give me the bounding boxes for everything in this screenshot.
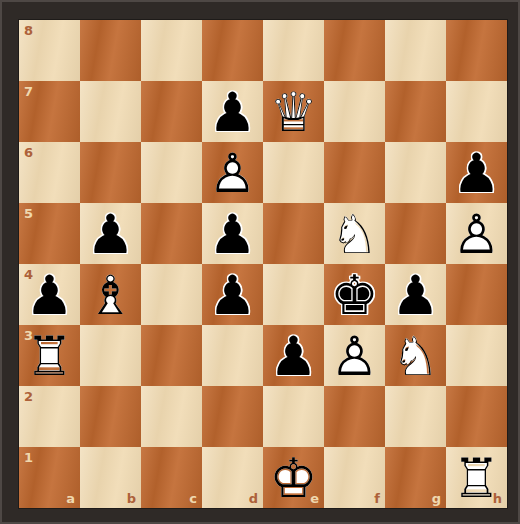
pawn-glyph-fill: ♟︎: [324, 325, 385, 386]
rank-label-7: 7: [24, 85, 33, 98]
queen-glyph-fill: ♛︎: [263, 81, 324, 142]
pawn-glyph-fill: ♟︎: [202, 142, 263, 203]
rank-label-5: 5: [24, 207, 33, 220]
square-b7[interactable]: [80, 81, 141, 142]
rook-glyph-fill: ♜︎: [446, 447, 507, 508]
square-a6[interactable]: 6: [19, 142, 80, 203]
square-a2[interactable]: 2: [19, 386, 80, 447]
piece-white-knight[interactable]: ♞︎♘︎: [385, 325, 446, 386]
piece-white-pawn[interactable]: ♟︎♙︎: [324, 325, 385, 386]
square-a3[interactable]: 3♜︎♖︎: [19, 325, 80, 386]
square-f6[interactable]: [324, 142, 385, 203]
pawn-glyph-fill: ♟︎: [446, 203, 507, 264]
board-frame: 87♟︎♛︎♕︎6♟︎♙︎♟︎5♟︎♟︎♞︎♘︎♟︎♙︎4♟︎♝︎♗︎♟︎♚︎♟…: [0, 0, 520, 524]
square-a4[interactable]: 4♟︎: [19, 264, 80, 325]
square-c7[interactable]: [141, 81, 202, 142]
pawn-glyph-outline: ♙︎: [446, 203, 507, 264]
square-e5[interactable]: [263, 203, 324, 264]
file-label-b: b: [127, 492, 136, 505]
square-d6[interactable]: ♟︎♙︎: [202, 142, 263, 203]
knight-glyph-outline: ♘︎: [324, 203, 385, 264]
square-d3[interactable]: [202, 325, 263, 386]
rank-label-1: 1: [24, 451, 33, 464]
square-g6[interactable]: [385, 142, 446, 203]
file-label-c: c: [189, 492, 197, 505]
pawn-glyph: ♟︎: [263, 325, 324, 386]
square-a1[interactable]: 1a: [19, 447, 80, 508]
square-h8[interactable]: [446, 20, 507, 81]
rook-glyph-outline: ♖︎: [19, 325, 80, 386]
square-f1[interactable]: f: [324, 447, 385, 508]
chess-board: 87♟︎♛︎♕︎6♟︎♙︎♟︎5♟︎♟︎♞︎♘︎♟︎♙︎4♟︎♝︎♗︎♟︎♚︎♟…: [19, 20, 507, 508]
square-d8[interactable]: [202, 20, 263, 81]
piece-black-pawn[interactable]: ♟︎: [446, 142, 507, 203]
square-d5[interactable]: ♟︎: [202, 203, 263, 264]
bishop-glyph-fill: ♝︎: [80, 264, 141, 325]
piece-black-king[interactable]: ♚︎: [324, 264, 385, 325]
square-c4[interactable]: [141, 264, 202, 325]
square-f5[interactable]: ♞︎♘︎: [324, 203, 385, 264]
square-d1[interactable]: d: [202, 447, 263, 508]
king-glyph-outline: ♔︎: [263, 447, 324, 508]
pawn-glyph: ♟︎: [202, 203, 263, 264]
square-h6[interactable]: ♟︎: [446, 142, 507, 203]
file-label-g: g: [432, 492, 441, 505]
piece-black-pawn[interactable]: ♟︎: [385, 264, 446, 325]
piece-white-pawn[interactable]: ♟︎♙︎: [202, 142, 263, 203]
square-d2[interactable]: [202, 386, 263, 447]
piece-black-pawn[interactable]: ♟︎: [202, 203, 263, 264]
piece-white-queen[interactable]: ♛︎♕︎: [263, 81, 324, 142]
square-b3[interactable]: [80, 325, 141, 386]
square-b4[interactable]: ♝︎♗︎: [80, 264, 141, 325]
square-a7[interactable]: 7: [19, 81, 80, 142]
pawn-glyph: ♟︎: [385, 264, 446, 325]
piece-white-rook[interactable]: ♜︎♖︎: [19, 325, 80, 386]
piece-black-pawn[interactable]: ♟︎: [202, 81, 263, 142]
square-c3[interactable]: [141, 325, 202, 386]
king-glyph: ♚︎: [324, 264, 385, 325]
piece-black-pawn[interactable]: ♟︎: [263, 325, 324, 386]
square-e1[interactable]: e♚︎♔︎: [263, 447, 324, 508]
square-b1[interactable]: b: [80, 447, 141, 508]
knight-glyph-fill: ♞︎: [324, 203, 385, 264]
square-g2[interactable]: [385, 386, 446, 447]
square-g8[interactable]: [385, 20, 446, 81]
queen-glyph-outline: ♕︎: [263, 81, 324, 142]
pawn-glyph: ♟︎: [80, 203, 141, 264]
square-f3[interactable]: ♟︎♙︎: [324, 325, 385, 386]
bishop-glyph-outline: ♗︎: [80, 264, 141, 325]
square-c6[interactable]: [141, 142, 202, 203]
piece-white-pawn[interactable]: ♟︎♙︎: [446, 203, 507, 264]
square-c2[interactable]: [141, 386, 202, 447]
square-a5[interactable]: 5: [19, 203, 80, 264]
file-label-d: d: [249, 492, 258, 505]
pawn-glyph: ♟︎: [446, 142, 507, 203]
square-a8[interactable]: 8: [19, 20, 80, 81]
piece-black-pawn[interactable]: ♟︎: [202, 264, 263, 325]
piece-black-pawn[interactable]: ♟︎: [80, 203, 141, 264]
knight-glyph-fill: ♞︎: [385, 325, 446, 386]
piece-white-knight[interactable]: ♞︎♘︎: [324, 203, 385, 264]
square-e6[interactable]: [263, 142, 324, 203]
square-h4[interactable]: [446, 264, 507, 325]
square-f4[interactable]: ♚︎: [324, 264, 385, 325]
square-h7[interactable]: [446, 81, 507, 142]
file-label-f: f: [374, 492, 380, 505]
rank-label-2: 2: [24, 390, 33, 403]
square-f2[interactable]: [324, 386, 385, 447]
square-g1[interactable]: g: [385, 447, 446, 508]
pawn-glyph: ♟︎: [19, 264, 80, 325]
square-e3[interactable]: ♟︎: [263, 325, 324, 386]
rook-glyph-outline: ♖︎: [446, 447, 507, 508]
piece-white-bishop[interactable]: ♝︎♗︎: [80, 264, 141, 325]
square-d7[interactable]: ♟︎: [202, 81, 263, 142]
square-f8[interactable]: [324, 20, 385, 81]
square-b6[interactable]: [80, 142, 141, 203]
square-e2[interactable]: [263, 386, 324, 447]
square-g4[interactable]: ♟︎: [385, 264, 446, 325]
square-b2[interactable]: [80, 386, 141, 447]
square-h1[interactable]: h♜︎♖︎: [446, 447, 507, 508]
rank-label-8: 8: [24, 24, 33, 37]
file-label-a: a: [66, 492, 75, 505]
piece-white-rook[interactable]: ♜︎♖︎: [446, 447, 507, 508]
square-b8[interactable]: [80, 20, 141, 81]
square-c8[interactable]: [141, 20, 202, 81]
square-h3[interactable]: [446, 325, 507, 386]
square-h2[interactable]: [446, 386, 507, 447]
pawn-glyph: ♟︎: [202, 81, 263, 142]
pawn-glyph-outline: ♙︎: [202, 142, 263, 203]
square-e8[interactable]: [263, 20, 324, 81]
square-c5[interactable]: [141, 203, 202, 264]
rank-label-6: 6: [24, 146, 33, 159]
square-e4[interactable]: [263, 264, 324, 325]
pawn-glyph: ♟︎: [202, 264, 263, 325]
square-h5[interactable]: ♟︎♙︎: [446, 203, 507, 264]
square-g3[interactable]: ♞︎♘︎: [385, 325, 446, 386]
square-g5[interactable]: [385, 203, 446, 264]
square-f7[interactable]: [324, 81, 385, 142]
square-g7[interactable]: [385, 81, 446, 142]
square-b5[interactable]: ♟︎: [80, 203, 141, 264]
king-glyph-fill: ♚︎: [263, 447, 324, 508]
pawn-glyph-outline: ♙︎: [324, 325, 385, 386]
square-d4[interactable]: ♟︎: [202, 264, 263, 325]
piece-white-king[interactable]: ♚︎♔︎: [263, 447, 324, 508]
rook-glyph-fill: ♜︎: [19, 325, 80, 386]
square-e7[interactable]: ♛︎♕︎: [263, 81, 324, 142]
piece-black-pawn[interactable]: ♟︎: [19, 264, 80, 325]
square-c1[interactable]: c: [141, 447, 202, 508]
knight-glyph-outline: ♘︎: [385, 325, 446, 386]
